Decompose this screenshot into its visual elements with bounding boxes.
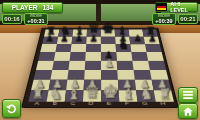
square-e4[interactable]: ♟ [101, 61, 117, 70]
file-label-g: G [136, 100, 155, 107]
home-button[interactable] [178, 103, 198, 119]
square-g7[interactable]: ♟ [129, 37, 145, 45]
square-h5[interactable] [147, 52, 164, 61]
ai-move-timer: Move +00:39 [152, 13, 176, 25]
player-score: 134 [42, 4, 53, 11]
file-label-d: D [82, 100, 100, 107]
white-king[interactable]: ♚ [102, 83, 118, 101]
white-knight[interactable]: ♞ [140, 86, 153, 101]
white-bishop[interactable]: ♝ [67, 86, 80, 101]
ai-badge: AI 6 LEVEL [155, 2, 198, 12]
square-c5[interactable] [70, 52, 86, 61]
square-e3[interactable] [101, 70, 118, 80]
file-label-b: B [45, 100, 64, 107]
undo-icon [6, 103, 17, 114]
square-f1[interactable]: ♝ [119, 90, 138, 101]
file-label-h: H [153, 100, 172, 107]
ai-level-label: AI 6 LEVEL [170, 1, 197, 13]
square-g6[interactable] [130, 44, 146, 52]
square-d5[interactable] [85, 52, 101, 61]
white-queen[interactable]: ♛ [84, 84, 99, 101]
game-screen: ♜♞♝♛♚♝♜♟♟♟♟♟♟♟♞♟♟♟♟♟♟♟♟♟♜♞♝♛♚♝♞♜ ABCDEFG… [0, 0, 200, 120]
file-label-f: F [118, 100, 137, 107]
black-pawn[interactable]: ♟ [133, 34, 141, 43]
menu-icon [183, 91, 193, 99]
square-f4[interactable] [117, 61, 134, 70]
square-g4[interactable] [132, 61, 149, 70]
board-frame: ♜♞♝♛♚♝♜♟♟♟♟♟♟♟♞♟♟♟♟♟♟♟♟♟♜♞♝♛♚♝♞♜ ABCDEFG… [21, 27, 179, 107]
black-knight[interactable]: ♞ [118, 39, 129, 51]
file-label-a: A [27, 100, 46, 107]
square-d7[interactable]: ♟ [86, 37, 101, 45]
player-move-timer: Move +00:31 [24, 13, 48, 25]
square-h6[interactable] [145, 44, 162, 52]
white-bishop[interactable]: ♝ [122, 86, 135, 101]
square-d4[interactable] [85, 61, 101, 70]
file-label-c: C [64, 100, 83, 107]
square-b6[interactable] [55, 44, 71, 52]
player-name: PLAYER [12, 4, 38, 11]
square-d6[interactable] [86, 44, 101, 52]
square-c6[interactable] [71, 44, 87, 52]
player-move-time: +00:31 [27, 19, 44, 25]
player-clock: 00:16 [2, 14, 22, 24]
square-b7[interactable]: ♟ [57, 37, 73, 45]
black-pawn[interactable]: ♟ [148, 34, 156, 43]
black-pawn[interactable]: ♟ [75, 34, 83, 43]
white-knight[interactable]: ♞ [49, 86, 62, 101]
white-pawn[interactable]: ♟ [105, 59, 114, 69]
ai-move-time: +00:39 [155, 19, 172, 25]
square-b5[interactable] [54, 52, 71, 61]
square-h4[interactable] [148, 61, 166, 70]
white-rook[interactable]: ♜ [31, 87, 43, 101]
black-pawn[interactable]: ♟ [60, 34, 68, 43]
square-c7[interactable]: ♟ [72, 37, 87, 45]
square-a7[interactable]: ♟ [42, 37, 58, 45]
square-g5[interactable] [131, 52, 148, 61]
square-h7[interactable]: ♟ [144, 37, 160, 45]
square-a4[interactable] [36, 61, 54, 70]
file-labels: ABCDEFGH [27, 100, 173, 107]
board-scene: ♜♞♝♛♚♝♜♟♟♟♟♟♟♟♞♟♟♟♟♟♟♟♟♟♜♞♝♛♚♝♞♜ ABCDEFG… [32, 0, 168, 120]
square-a6[interactable] [40, 44, 57, 52]
file-label-e: E [100, 100, 118, 107]
square-b4[interactable] [52, 61, 69, 70]
square-f6[interactable]: ♞ [116, 44, 132, 52]
square-f5[interactable] [116, 52, 132, 61]
menu-button[interactable] [178, 87, 198, 103]
square-c1[interactable]: ♝ [65, 90, 84, 101]
home-icon [183, 107, 193, 116]
germany-flag-icon [156, 3, 167, 11]
black-pawn[interactable]: ♟ [45, 34, 53, 43]
square-c4[interactable] [68, 61, 85, 70]
square-a5[interactable] [38, 52, 55, 61]
white-rook[interactable]: ♜ [159, 87, 171, 101]
black-pawn[interactable]: ♟ [89, 34, 97, 43]
undo-button[interactable] [2, 99, 21, 118]
ai-clock: 00:21 [178, 14, 198, 24]
square-g1[interactable]: ♞ [136, 90, 156, 101]
square-d1[interactable]: ♛ [83, 90, 101, 101]
board-grid[interactable]: ♜♞♝♛♚♝♜♟♟♟♟♟♟♟♞♟♟♟♟♟♟♟♟♟♜♞♝♛♚♝♞♜ [28, 30, 171, 102]
square-e1[interactable]: ♚ [101, 90, 119, 101]
square-e8[interactable]: ♚ [101, 30, 115, 37]
square-e7[interactable] [101, 37, 116, 45]
black-king[interactable]: ♚ [102, 22, 115, 36]
